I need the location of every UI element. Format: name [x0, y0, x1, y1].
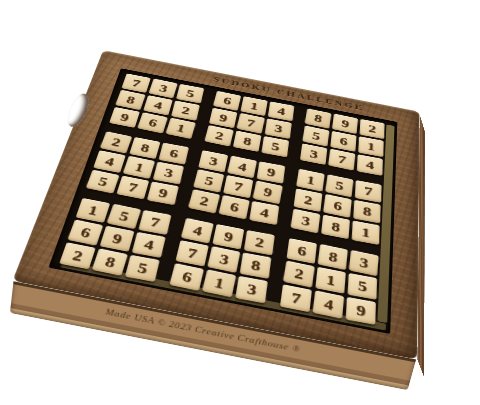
- tile-r3c7[interactable]: 3: [300, 143, 327, 165]
- tile-r5c4[interactable]: 5: [193, 169, 224, 192]
- tile-r2c9[interactable]: 1: [358, 136, 383, 157]
- tile-r7c5[interactable]: 9: [212, 224, 244, 249]
- tile-r8c3[interactable]: 4: [132, 232, 166, 258]
- tile-r6c1[interactable]: 5: [86, 170, 120, 194]
- tile-r5c6[interactable]: 9: [253, 180, 283, 204]
- tile-r4c9[interactable]: 7: [355, 180, 382, 203]
- tile-r4c5[interactable]: 4: [227, 156, 257, 179]
- tile-r8c9[interactable]: 5: [348, 273, 377, 300]
- tile-r9c8[interactable]: 4: [312, 290, 344, 318]
- tile-r3c6[interactable]: 5: [261, 136, 289, 157]
- tile-r7c3[interactable]: 7: [138, 210, 171, 235]
- tile-r5c3[interactable]: 3: [153, 162, 184, 185]
- tile-r4c1[interactable]: 2: [100, 131, 132, 153]
- tile-r8c5[interactable]: 3: [207, 246, 240, 273]
- product-photo-stage: Sudoku Challenge 73561489284297356196128…: [0, 0, 480, 405]
- tile-r5c8[interactable]: 6: [323, 194, 352, 218]
- tile-r8c4[interactable]: 7: [175, 240, 208, 266]
- tile-r5c9[interactable]: 8: [353, 200, 380, 223]
- tile-r9c9[interactable]: 9: [346, 297, 376, 325]
- tile-r3c9[interactable]: 4: [357, 154, 383, 176]
- tile-r3c3[interactable]: 1: [166, 118, 196, 139]
- tile-r9c6[interactable]: 3: [235, 276, 267, 303]
- tile-r6c2[interactable]: 7: [116, 176, 149, 200]
- tile-r6c9[interactable]: 1: [352, 221, 380, 245]
- tile-r7c4[interactable]: 4: [181, 218, 214, 244]
- tile-r9c1[interactable]: 2: [59, 242, 95, 269]
- tile-r4c2[interactable]: 8: [129, 137, 160, 159]
- tile-r8c1[interactable]: 6: [67, 219, 103, 245]
- tile-r8c7[interactable]: 2: [283, 260, 315, 287]
- tile-r3c4[interactable]: 2: [204, 125, 233, 146]
- tile-r4c6[interactable]: 9: [257, 161, 285, 183]
- tile-r8c6[interactable]: 8: [240, 253, 271, 279]
- tile-r5c2[interactable]: 1: [123, 156, 155, 179]
- tile-r1c6[interactable]: 4: [268, 101, 294, 121]
- tile-r3c1[interactable]: 9: [109, 107, 140, 128]
- tile-r7c1[interactable]: 1: [76, 198, 111, 223]
- tile-r7c6[interactable]: 2: [244, 230, 275, 255]
- tile-r9c2[interactable]: 8: [92, 248, 128, 275]
- tile-r6c5[interactable]: 6: [219, 195, 250, 219]
- tile-r9c7[interactable]: 7: [280, 284, 312, 312]
- tile-r5c5[interactable]: 7: [223, 175, 253, 198]
- tile-r7c7[interactable]: 6: [287, 238, 317, 264]
- tile-r3c5[interactable]: 8: [233, 131, 262, 152]
- tile-r3c8[interactable]: 7: [328, 149, 355, 171]
- tile-r6c6[interactable]: 4: [249, 201, 279, 225]
- tile-r9c4[interactable]: 6: [169, 263, 204, 291]
- tile-r7c8[interactable]: 8: [318, 244, 348, 270]
- tile-r6c3[interactable]: 9: [147, 182, 179, 206]
- board-3d-body: Sudoku Challenge 73561489284297356196128…: [12, 50, 419, 359]
- tile-r4c4[interactable]: 3: [198, 150, 228, 172]
- tile-r2c6[interactable]: 3: [265, 118, 292, 138]
- tile-r1c9[interactable]: 2: [360, 119, 385, 139]
- sudoku-grid: 7356148928429735619612853742863491574135…: [59, 73, 384, 325]
- tile-r4c3[interactable]: 6: [159, 143, 189, 165]
- tile-r3c2[interactable]: 6: [137, 112, 168, 133]
- finger-notch: [63, 92, 92, 128]
- tile-r8c2[interactable]: 9: [100, 226, 135, 252]
- tile-r9c5[interactable]: 1: [202, 269, 236, 297]
- tile-r1c3[interactable]: 5: [176, 84, 204, 103]
- tile-r6c8[interactable]: 8: [321, 215, 350, 240]
- tile-r6c4[interactable]: 2: [188, 189, 220, 213]
- tile-r5c7[interactable]: 2: [294, 188, 323, 212]
- tile-r4c7[interactable]: 1: [296, 169, 325, 192]
- tile-r6c7[interactable]: 3: [290, 209, 320, 234]
- tile-r9c3[interactable]: 5: [125, 255, 160, 282]
- tile-r7c2[interactable]: 5: [107, 204, 142, 229]
- board-right-face: [417, 114, 425, 378]
- sudoku-board: Sudoku Challenge 73561489284297356196128…: [30, 0, 453, 393]
- tile-r5c1[interactable]: 4: [93, 150, 126, 173]
- tile-r8c8[interactable]: 1: [315, 267, 346, 294]
- tile-r7c9[interactable]: 3: [349, 250, 379, 276]
